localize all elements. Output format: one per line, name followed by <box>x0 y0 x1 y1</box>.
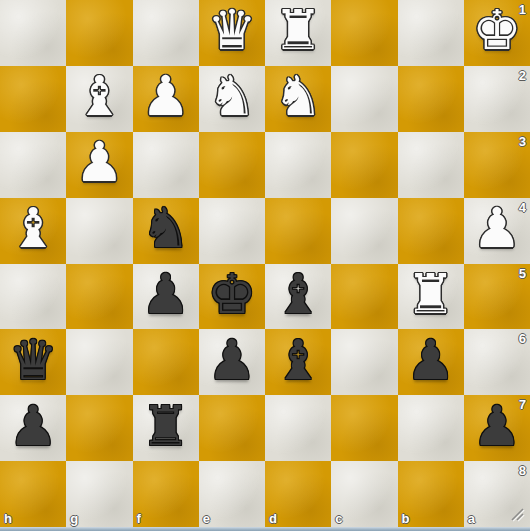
square-c4[interactable] <box>331 198 397 264</box>
square-b7[interactable] <box>398 395 464 461</box>
rank-label-6: 6 <box>519 332 526 345</box>
square-a7[interactable]: ♟7 <box>464 395 530 461</box>
square-a2[interactable]: 2 <box>464 66 530 132</box>
square-g5[interactable] <box>66 264 132 330</box>
square-b2[interactable] <box>398 66 464 132</box>
black-pawn[interactable]: ♟ <box>141 267 190 322</box>
rank-label-8: 8 <box>519 464 526 477</box>
square-c5[interactable] <box>331 264 397 330</box>
square-c2[interactable] <box>331 66 397 132</box>
square-e1[interactable]: ♛ <box>199 0 265 66</box>
white-queen[interactable]: ♛ <box>207 3 256 58</box>
black-pawn[interactable]: ♟ <box>207 333 256 388</box>
square-c8[interactable]: c <box>331 461 397 527</box>
file-label-d: d <box>269 512 277 525</box>
square-f8[interactable]: f <box>133 461 199 527</box>
square-g8[interactable]: g <box>66 461 132 527</box>
white-knight[interactable]: ♞ <box>207 69 256 124</box>
square-g3[interactable]: ♟ <box>66 132 132 198</box>
square-h8[interactable]: h <box>0 461 66 527</box>
chess-window: ♛♜♚1♝♟♞♞2♟3♝♞♟4♟♚♝♜5♛♟♝♟6♟♜♟7hgfedcb8a <box>0 0 530 531</box>
file-label-a: a <box>468 512 475 525</box>
square-d7[interactable] <box>265 395 331 461</box>
square-h4[interactable]: ♝ <box>0 198 66 264</box>
rank-label-3: 3 <box>519 135 526 148</box>
square-f2[interactable]: ♟ <box>133 66 199 132</box>
white-rook[interactable]: ♜ <box>406 267 455 322</box>
white-knight[interactable]: ♞ <box>273 69 322 124</box>
square-d6[interactable]: ♝ <box>265 329 331 395</box>
square-c7[interactable] <box>331 395 397 461</box>
rank-label-2: 2 <box>519 69 526 82</box>
square-f3[interactable] <box>133 132 199 198</box>
black-knight[interactable]: ♞ <box>141 201 190 256</box>
square-a5[interactable]: 5 <box>464 264 530 330</box>
square-c6[interactable] <box>331 329 397 395</box>
file-label-f: f <box>137 512 141 525</box>
square-h7[interactable]: ♟ <box>0 395 66 461</box>
square-g1[interactable] <box>66 0 132 66</box>
square-f1[interactable] <box>133 0 199 66</box>
black-queen[interactable]: ♛ <box>8 333 57 388</box>
square-d3[interactable] <box>265 132 331 198</box>
square-b8[interactable]: b <box>398 461 464 527</box>
square-b3[interactable] <box>398 132 464 198</box>
square-e3[interactable] <box>199 132 265 198</box>
square-h1[interactable] <box>0 0 66 66</box>
white-king[interactable]: ♚ <box>472 3 521 58</box>
white-pawn[interactable]: ♟ <box>472 201 521 256</box>
square-d8[interactable]: d <box>265 461 331 527</box>
black-rook[interactable]: ♜ <box>141 399 190 454</box>
status-strip <box>0 527 530 531</box>
square-h2[interactable] <box>0 66 66 132</box>
square-e2[interactable]: ♞ <box>199 66 265 132</box>
square-a3[interactable]: 3 <box>464 132 530 198</box>
square-d4[interactable] <box>265 198 331 264</box>
white-rook[interactable]: ♜ <box>273 3 322 58</box>
white-pawn[interactable]: ♟ <box>75 135 124 190</box>
file-label-h: h <box>4 512 12 525</box>
black-pawn[interactable]: ♟ <box>406 333 455 388</box>
square-c3[interactable] <box>331 132 397 198</box>
square-e5[interactable]: ♚ <box>199 264 265 330</box>
black-bishop[interactable]: ♝ <box>273 267 322 322</box>
chess-board: ♛♜♚1♝♟♞♞2♟3♝♞♟4♟♚♝♜5♛♟♝♟6♟♜♟7hgfedcb8a <box>0 0 530 527</box>
square-b6[interactable]: ♟ <box>398 329 464 395</box>
square-f4[interactable]: ♞ <box>133 198 199 264</box>
black-king[interactable]: ♚ <box>207 267 256 322</box>
resize-grip-icon[interactable] <box>509 507 525 522</box>
square-b5[interactable]: ♜ <box>398 264 464 330</box>
square-f7[interactable]: ♜ <box>133 395 199 461</box>
square-g6[interactable] <box>66 329 132 395</box>
square-e8[interactable]: e <box>199 461 265 527</box>
square-a6[interactable]: 6 <box>464 329 530 395</box>
rank-label-5: 5 <box>519 267 526 280</box>
square-b1[interactable] <box>398 0 464 66</box>
white-bishop[interactable]: ♝ <box>75 69 124 124</box>
square-f5[interactable]: ♟ <box>133 264 199 330</box>
square-b4[interactable] <box>398 198 464 264</box>
square-e6[interactable]: ♟ <box>199 329 265 395</box>
white-pawn[interactable]: ♟ <box>141 69 190 124</box>
square-a4[interactable]: ♟4 <box>464 198 530 264</box>
file-label-e: e <box>203 512 210 525</box>
square-g7[interactable] <box>66 395 132 461</box>
square-d1[interactable]: ♜ <box>265 0 331 66</box>
black-bishop[interactable]: ♝ <box>273 333 322 388</box>
file-label-c: c <box>335 512 342 525</box>
file-label-b: b <box>402 512 410 525</box>
square-f6[interactable] <box>133 329 199 395</box>
file-label-g: g <box>70 512 78 525</box>
square-h3[interactable] <box>0 132 66 198</box>
square-h5[interactable] <box>0 264 66 330</box>
black-pawn[interactable]: ♟ <box>8 399 57 454</box>
square-e7[interactable] <box>199 395 265 461</box>
white-bishop[interactable]: ♝ <box>8 201 57 256</box>
square-c1[interactable] <box>331 0 397 66</box>
square-d2[interactable]: ♞ <box>265 66 331 132</box>
square-g2[interactable]: ♝ <box>66 66 132 132</box>
square-e4[interactable] <box>199 198 265 264</box>
square-h6[interactable]: ♛ <box>0 329 66 395</box>
square-g4[interactable] <box>66 198 132 264</box>
square-a1[interactable]: ♚1 <box>464 0 530 66</box>
black-pawn[interactable]: ♟ <box>472 399 521 454</box>
square-d5[interactable]: ♝ <box>265 264 331 330</box>
